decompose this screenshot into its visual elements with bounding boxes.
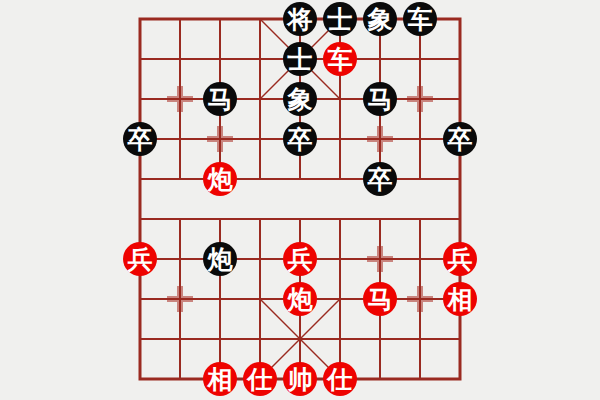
piece-red-king[interactable]: 帅	[283, 362, 317, 396]
board-point[interactable]	[200, 0, 240, 39]
board-point[interactable]: 将	[280, 0, 320, 39]
piece-red-soldier[interactable]: 兵	[123, 242, 157, 276]
board-point[interactable]: 炮	[280, 279, 320, 319]
board-point[interactable]	[240, 199, 280, 239]
board-point[interactable]: 卒	[280, 119, 320, 159]
board-point[interactable]: 相	[200, 359, 240, 399]
board-point[interactable]	[200, 39, 240, 79]
board-point[interactable]	[120, 39, 160, 79]
piece-red-soldier[interactable]: 兵	[443, 242, 477, 276]
board-point[interactable]	[160, 119, 200, 159]
board-point[interactable]	[160, 79, 200, 119]
board-point[interactable]	[400, 199, 440, 239]
board-point[interactable]	[280, 159, 320, 199]
piece-black-advisor[interactable]: 士	[283, 42, 317, 76]
board-point[interactable]	[240, 159, 280, 199]
piece-red-advisor[interactable]: 仕	[323, 362, 357, 396]
board-point[interactable]: 卒	[360, 159, 400, 199]
board-point[interactable]	[240, 119, 280, 159]
board-point[interactable]	[160, 319, 200, 359]
board-point[interactable]	[360, 119, 400, 159]
piece-black-advisor[interactable]: 士	[323, 2, 357, 36]
board-point[interactable]	[400, 239, 440, 279]
board-point[interactable]	[400, 79, 440, 119]
board-point[interactable]	[240, 79, 280, 119]
piece-red-horse[interactable]: 马	[363, 282, 397, 316]
point-marker	[167, 86, 193, 112]
point-marker	[407, 286, 433, 312]
point-marker-corner	[167, 300, 179, 312]
board-point[interactable]: 马	[200, 79, 240, 119]
point-marker	[367, 126, 393, 152]
board-point[interactable]	[160, 39, 200, 79]
piece-black-chariot[interactable]: 车	[403, 2, 437, 36]
board-point[interactable]	[360, 319, 400, 359]
point-marker-corner	[381, 246, 393, 258]
board-point[interactable]	[360, 359, 400, 399]
piece-red-advisor[interactable]: 仕	[243, 362, 277, 396]
board-point[interactable]: 卒	[120, 119, 160, 159]
piece-black-horse[interactable]: 马	[363, 82, 397, 116]
point-marker-corner	[421, 300, 433, 312]
point-marker-corner	[381, 140, 393, 152]
board-point[interactable]	[160, 199, 200, 239]
board-point[interactable]: 象	[280, 79, 320, 119]
board-point[interactable]	[200, 199, 240, 239]
board-point[interactable]	[120, 0, 160, 39]
board-point[interactable]	[200, 279, 240, 319]
point-marker	[167, 286, 193, 312]
board-point[interactable]	[200, 319, 240, 359]
piece-black-soldier[interactable]: 卒	[123, 122, 157, 156]
board-point[interactable]	[240, 279, 280, 319]
board-point[interactable]	[400, 119, 440, 159]
board-point[interactable]	[320, 79, 360, 119]
point-marker-corner	[181, 86, 193, 98]
board-point[interactable]	[240, 319, 280, 359]
board-point[interactable]	[240, 0, 280, 39]
point-marker-corner	[407, 300, 419, 312]
board-point[interactable]: 马	[360, 79, 400, 119]
board-point[interactable]: 卒	[440, 119, 480, 159]
point-marker-corner	[407, 286, 419, 298]
board-point[interactable]	[320, 159, 360, 199]
board-point[interactable]	[160, 0, 200, 39]
board-point[interactable]	[120, 279, 160, 319]
point-marker-corner	[167, 286, 179, 298]
board-point[interactable]: 马	[360, 279, 400, 319]
board-point[interactable]	[400, 159, 440, 199]
point-marker-corner	[207, 140, 219, 152]
xiangqi-app: 将士象车士车马象马卒卒卒炮卒兵炮兵兵炮马相相仕帅仕	[0, 0, 600, 400]
board-point[interactable]: 炮	[200, 159, 240, 199]
piece-black-soldier[interactable]: 卒	[443, 122, 477, 156]
point-marker-corner	[367, 126, 379, 138]
piece-red-cannon[interactable]: 炮	[283, 282, 317, 316]
board-point[interactable]	[120, 79, 160, 119]
point-marker-corner	[407, 100, 419, 112]
piece-red-chariot[interactable]: 车	[323, 42, 357, 76]
board-point[interactable]: 仕	[240, 359, 280, 399]
board-point[interactable]	[280, 199, 320, 239]
board-point[interactable]	[200, 119, 240, 159]
board-point[interactable]	[320, 199, 360, 239]
point-marker-corner	[421, 100, 433, 112]
piece-red-elephant[interactable]: 相	[203, 362, 237, 396]
point-marker-corner	[381, 260, 393, 272]
board-point[interactable]	[400, 279, 440, 319]
piece-red-cannon[interactable]: 炮	[203, 162, 237, 196]
board-point[interactable]: 相	[440, 279, 480, 319]
piece-black-general[interactable]: 将	[283, 2, 317, 36]
piece-black-elephant[interactable]: 象	[283, 82, 317, 116]
board-point[interactable]: 士	[320, 0, 360, 39]
board-point[interactable]	[440, 359, 480, 399]
board-point[interactable]	[440, 39, 480, 79]
board-point[interactable]: 车	[320, 39, 360, 79]
board-point[interactable]	[320, 239, 360, 279]
board-point[interactable]	[320, 119, 360, 159]
point-marker	[367, 246, 393, 272]
board-point[interactable]	[240, 239, 280, 279]
point-marker-corner	[167, 100, 179, 112]
piece-black-horse[interactable]: 马	[203, 82, 237, 116]
point-marker-corner	[421, 86, 433, 98]
board-point[interactable]	[160, 159, 200, 199]
board-point[interactable]	[160, 359, 200, 399]
board-point[interactable]	[400, 359, 440, 399]
point-marker-corner	[221, 126, 233, 138]
board-point[interactable]: 象	[360, 0, 400, 39]
board-point[interactable]	[120, 359, 160, 399]
board-point[interactable]	[400, 39, 440, 79]
board-point[interactable]	[360, 39, 400, 79]
piece-black-soldier[interactable]: 卒	[363, 162, 397, 196]
board-point[interactable]: 帅	[280, 359, 320, 399]
board-point[interactable]	[160, 239, 200, 279]
point-marker-corner	[381, 126, 393, 138]
board-point[interactable]	[240, 39, 280, 79]
board-point[interactable]: 兵	[120, 239, 160, 279]
xiangqi-board[interactable]: 将士象车士车马象马卒卒卒炮卒兵炮兵兵炮马相相仕帅仕	[120, 0, 480, 399]
board-point[interactable]: 炮	[200, 239, 240, 279]
board-point[interactable]	[360, 199, 400, 239]
point-marker-corner	[167, 86, 179, 98]
board-point[interactable]	[320, 319, 360, 359]
board-point[interactable]	[440, 159, 480, 199]
board-point[interactable]: 仕	[320, 359, 360, 399]
piece-black-soldier[interactable]: 卒	[283, 122, 317, 156]
point-marker-corner	[207, 126, 219, 138]
board-point[interactable]	[440, 199, 480, 239]
board-point[interactable]	[320, 279, 360, 319]
point-marker-corner	[181, 100, 193, 112]
board-point[interactable]	[440, 79, 480, 119]
piece-black-cannon[interactable]: 炮	[203, 242, 237, 276]
board-point[interactable]	[280, 319, 320, 359]
piece-red-soldier[interactable]: 兵	[283, 242, 317, 276]
point-marker-corner	[421, 286, 433, 298]
point-marker-corner	[181, 300, 193, 312]
piece-black-elephant[interactable]: 象	[363, 2, 397, 36]
board-point[interactable]	[120, 319, 160, 359]
board-point[interactable]: 兵	[440, 239, 480, 279]
board-point[interactable]	[440, 319, 480, 359]
point-marker	[407, 86, 433, 112]
board-point[interactable]	[120, 159, 160, 199]
point-marker-corner	[367, 260, 379, 272]
board-point[interactable]: 车	[400, 0, 440, 39]
point-marker	[207, 126, 233, 152]
board-point[interactable]	[120, 199, 160, 239]
point-marker-corner	[221, 140, 233, 152]
point-marker-corner	[367, 140, 379, 152]
board-point[interactable]	[160, 279, 200, 319]
point-marker-corner	[181, 286, 193, 298]
point-marker-corner	[367, 246, 379, 258]
point-marker-corner	[407, 86, 419, 98]
board-point[interactable]	[360, 239, 400, 279]
piece-red-elephant[interactable]: 相	[443, 282, 477, 316]
board-point[interactable]: 兵	[280, 239, 320, 279]
board-point[interactable]	[440, 0, 480, 39]
board-point[interactable]: 士	[280, 39, 320, 79]
board-point[interactable]	[400, 319, 440, 359]
